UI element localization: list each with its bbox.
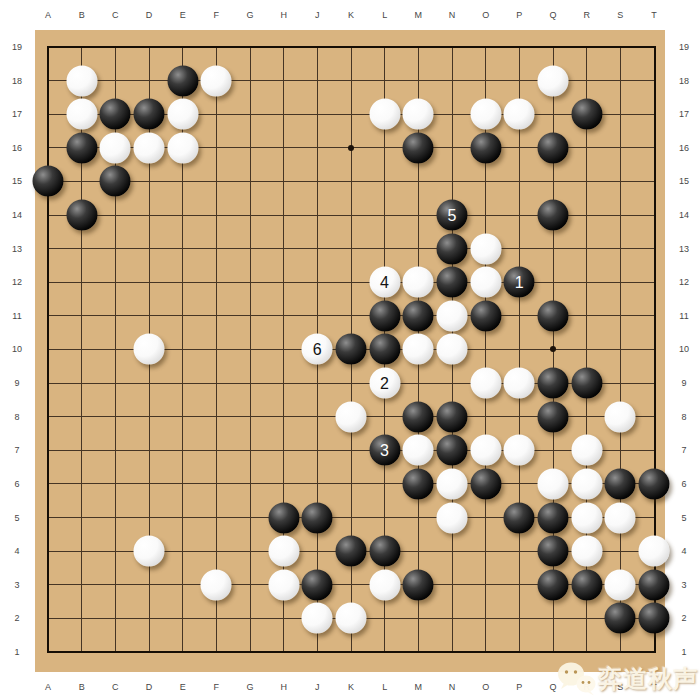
intersection-N10 [435, 333, 469, 367]
intersection-G2 [233, 602, 267, 636]
intersection-B17 [65, 97, 99, 131]
intersection-F19 [199, 30, 233, 64]
intersection-M6 [401, 467, 435, 501]
black-stone-Q16 [537, 132, 568, 163]
white-stone-M12 [403, 267, 434, 298]
coord-bottom-D: D [146, 682, 153, 692]
white-stone-P9 [504, 368, 535, 399]
intersection-L19 [368, 30, 402, 64]
black-stone-N13 [436, 233, 467, 264]
intersection-J11 [300, 299, 334, 333]
intersection-H19 [267, 30, 301, 64]
move-number-label-1: 1 [515, 274, 524, 290]
intersection-K10 [334, 333, 368, 367]
coord-bottom-N: N [449, 682, 456, 692]
intersection-F3 [199, 568, 233, 602]
intersection-J5 [300, 501, 334, 535]
intersection-M18 [401, 64, 435, 98]
white-stone-S3 [605, 569, 636, 600]
intersection-K14 [334, 198, 368, 232]
intersection-E4 [166, 534, 200, 568]
intersection-J12 [300, 265, 334, 299]
coord-right-3: 3 [681, 580, 686, 590]
intersection-B15 [65, 165, 99, 199]
intersection-Q11 [536, 299, 570, 333]
intersection-R5 [570, 501, 604, 535]
intersection-Q12 [536, 265, 570, 299]
intersection-K8 [334, 400, 368, 434]
white-stone-P17 [504, 99, 535, 130]
coord-bottom-P: P [516, 682, 522, 692]
intersection-K3 [334, 568, 368, 602]
intersection-R15 [570, 165, 604, 199]
intersection-P18 [502, 64, 536, 98]
intersection-M11 [401, 299, 435, 333]
intersection-O7 [469, 434, 503, 468]
intersection-D9 [132, 366, 166, 400]
intersection-A19 [31, 30, 65, 64]
white-stone-D10 [133, 334, 164, 365]
coord-left-3: 3 [14, 580, 19, 590]
intersection-S19 [603, 30, 637, 64]
intersection-J6 [300, 467, 334, 501]
intersection-C10 [98, 333, 132, 367]
intersection-C9 [98, 366, 132, 400]
coord-bottom-J: J [315, 682, 320, 692]
intersection-O11 [469, 299, 503, 333]
intersection-D2 [132, 602, 166, 636]
intersection-T19 [637, 30, 671, 64]
intersection-T9 [637, 366, 671, 400]
black-stone-J3 [302, 569, 333, 600]
intersection-P9 [502, 366, 536, 400]
black-stone-N14: 5 [436, 200, 467, 231]
intersection-C11 [98, 299, 132, 333]
black-stone-J5 [302, 502, 333, 533]
intersection-E1 [166, 635, 200, 669]
intersection-E3 [166, 568, 200, 602]
intersection-D11 [132, 299, 166, 333]
intersection-N9 [435, 366, 469, 400]
coord-top-R: R [583, 10, 590, 20]
intersection-A4 [31, 534, 65, 568]
intersection-O6 [469, 467, 503, 501]
coord-bottom-O: O [482, 682, 489, 692]
white-stone-J2 [302, 603, 333, 634]
black-stone-Q14 [537, 200, 568, 231]
black-stone-D17 [133, 99, 164, 130]
white-stone-L17 [369, 99, 400, 130]
intersection-Q9 [536, 366, 570, 400]
intersection-D3 [132, 568, 166, 602]
intersection-A9 [31, 366, 65, 400]
intersection-J3 [300, 568, 334, 602]
intersection-N8 [435, 400, 469, 434]
intersection-K1 [334, 635, 368, 669]
intersection-G5 [233, 501, 267, 535]
intersection-P17 [502, 97, 536, 131]
intersection-E5 [166, 501, 200, 535]
intersection-P14 [502, 198, 536, 232]
intersection-N14: 5 [435, 198, 469, 232]
coord-left-8: 8 [14, 412, 19, 422]
coord-right-6: 6 [681, 479, 686, 489]
coord-left-11: 11 [12, 311, 21, 321]
intersection-T5 [637, 501, 671, 535]
intersection-R3 [570, 568, 604, 602]
intersection-S13 [603, 232, 637, 266]
intersection-D13 [132, 232, 166, 266]
intersection-Q8 [536, 400, 570, 434]
white-stone-E17 [167, 99, 198, 130]
intersection-N12 [435, 265, 469, 299]
coord-right-11: 11 [679, 311, 688, 321]
black-stone-L11 [369, 300, 400, 331]
intersection-G16 [233, 131, 267, 165]
intersection-B7 [65, 434, 99, 468]
black-stone-Q3 [537, 569, 568, 600]
intersection-F13 [199, 232, 233, 266]
intersection-G15 [233, 165, 267, 199]
wechat-icon [555, 660, 597, 697]
black-stone-O6 [470, 468, 501, 499]
black-stone-M8 [403, 401, 434, 432]
intersection-P15 [502, 165, 536, 199]
coord-left-7: 7 [14, 445, 19, 455]
intersection-A12 [31, 265, 65, 299]
intersection-K12 [334, 265, 368, 299]
intersection-F5 [199, 501, 233, 535]
intersection-K16 [334, 131, 368, 165]
black-stone-C15 [100, 166, 131, 197]
intersection-G3 [233, 568, 267, 602]
intersection-B2 [65, 602, 99, 636]
coord-right-13: 13 [679, 244, 689, 254]
intersection-S14 [603, 198, 637, 232]
intersection-G4 [233, 534, 267, 568]
intersection-G19 [233, 30, 267, 64]
intersection-H10 [267, 333, 301, 367]
intersection-O1 [469, 635, 503, 669]
intersection-L16 [368, 131, 402, 165]
intersection-O16 [469, 131, 503, 165]
intersection-H7 [267, 434, 301, 468]
black-stone-A15 [33, 166, 64, 197]
intersection-J2 [300, 602, 334, 636]
intersection-O13 [469, 232, 503, 266]
intersection-J8 [300, 400, 334, 434]
intersection-L14 [368, 198, 402, 232]
intersection-D18 [132, 64, 166, 98]
intersection-D12 [132, 265, 166, 299]
coord-left-10: 10 [12, 344, 22, 354]
intersection-L4 [368, 534, 402, 568]
intersection-T16 [637, 131, 671, 165]
intersection-J18 [300, 64, 334, 98]
intersection-B6 [65, 467, 99, 501]
intersection-N6 [435, 467, 469, 501]
intersection-S4 [603, 534, 637, 568]
coord-top-G: G [246, 10, 253, 20]
intersection-E17 [166, 97, 200, 131]
intersection-C1 [98, 635, 132, 669]
intersection-C13 [98, 232, 132, 266]
intersection-J13 [300, 232, 334, 266]
black-stone-B16 [66, 132, 97, 163]
intersection-A7 [31, 434, 65, 468]
intersection-R12 [570, 265, 604, 299]
white-stone-R4 [571, 536, 602, 567]
black-stone-T3 [638, 569, 669, 600]
intersection-H11 [267, 299, 301, 333]
coord-right-16: 16 [679, 143, 689, 153]
intersection-K18 [334, 64, 368, 98]
intersection-L11 [368, 299, 402, 333]
black-stone-Q4 [537, 536, 568, 567]
intersection-J4 [300, 534, 334, 568]
coord-left-12: 12 [12, 277, 22, 287]
intersection-R18 [570, 64, 604, 98]
intersection-S6 [603, 467, 637, 501]
intersection-E13 [166, 232, 200, 266]
intersection-T18 [637, 64, 671, 98]
intersection-R4 [570, 534, 604, 568]
intersection-S10 [603, 333, 637, 367]
coord-bottom-H: H [280, 682, 287, 692]
white-stone-O17 [470, 99, 501, 130]
intersection-P2 [502, 602, 536, 636]
white-stone-F3 [201, 569, 232, 600]
white-stone-S5 [605, 502, 636, 533]
coord-right-4: 4 [681, 546, 686, 556]
coord-top-A: A [45, 10, 51, 20]
intersection-C14 [98, 198, 132, 232]
intersection-P4 [502, 534, 536, 568]
intersection-N13 [435, 232, 469, 266]
intersection-F8 [199, 400, 233, 434]
intersection-L7: 3 [368, 434, 402, 468]
intersection-E7 [166, 434, 200, 468]
intersection-M3 [401, 568, 435, 602]
intersection-C15 [98, 165, 132, 199]
intersection-L5 [368, 501, 402, 535]
coord-right-5: 5 [681, 513, 686, 523]
black-stone-L10 [369, 334, 400, 365]
intersection-L12: 4 [368, 265, 402, 299]
coord-top-O: O [482, 10, 489, 20]
intersection-J7 [300, 434, 334, 468]
intersection-K5 [334, 501, 368, 535]
intersection-L15 [368, 165, 402, 199]
white-stone-R5 [571, 502, 602, 533]
intersection-M14 [401, 198, 435, 232]
intersection-M4 [401, 534, 435, 568]
intersection-O9 [469, 366, 503, 400]
intersection-T3 [637, 568, 671, 602]
intersection-R16 [570, 131, 604, 165]
white-stone-Q18 [537, 65, 568, 96]
intersection-L1 [368, 635, 402, 669]
intersection-M8 [401, 400, 435, 434]
intersection-H8 [267, 400, 301, 434]
coord-bottom-K: K [348, 682, 354, 692]
coord-bottom-A: A [45, 682, 51, 692]
intersection-M16 [401, 131, 435, 165]
intersection-Q13 [536, 232, 570, 266]
intersection-T13 [637, 232, 671, 266]
intersection-D6 [132, 467, 166, 501]
coord-top-H: H [280, 10, 287, 20]
intersection-S3 [603, 568, 637, 602]
coord-top-J: J [315, 10, 320, 20]
coord-top-K: K [348, 10, 354, 20]
coord-right-14: 14 [679, 210, 689, 220]
white-stone-N5 [436, 502, 467, 533]
intersection-B14 [65, 198, 99, 232]
intersection-G6 [233, 467, 267, 501]
intersection-C17 [98, 97, 132, 131]
intersection-P19 [502, 30, 536, 64]
black-stone-P5 [504, 502, 535, 533]
intersection-P6 [502, 467, 536, 501]
intersection-B19 [65, 30, 99, 64]
intersection-B8 [65, 400, 99, 434]
intersection-F9 [199, 366, 233, 400]
intersection-D14 [132, 198, 166, 232]
intersection-H17 [267, 97, 301, 131]
intersection-A5 [31, 501, 65, 535]
intersection-F2 [199, 602, 233, 636]
intersection-T6 [637, 467, 671, 501]
white-stone-L3 [369, 569, 400, 600]
intersection-T10 [637, 333, 671, 367]
intersection-M7 [401, 434, 435, 468]
intersection-H9 [267, 366, 301, 400]
coord-top-M: M [415, 10, 423, 20]
intersection-Q15 [536, 165, 570, 199]
white-stone-K2 [335, 603, 366, 634]
intersection-R8 [570, 400, 604, 434]
intersection-S18 [603, 64, 637, 98]
intersection-O10 [469, 333, 503, 367]
coord-left-14: 14 [12, 210, 22, 220]
intersection-J9 [300, 366, 334, 400]
intersection-A18 [31, 64, 65, 98]
coord-right-12: 12 [679, 277, 689, 287]
intersection-D16 [132, 131, 166, 165]
intersection-N2 [435, 602, 469, 636]
intersection-N7 [435, 434, 469, 468]
coord-bottom-G: G [246, 682, 253, 692]
intersection-F10 [199, 333, 233, 367]
intersection-C4 [98, 534, 132, 568]
intersection-G18 [233, 64, 267, 98]
intersection-H18 [267, 64, 301, 98]
intersection-E16 [166, 131, 200, 165]
intersection-K6 [334, 467, 368, 501]
black-stone-T6 [638, 468, 669, 499]
intersection-P11 [502, 299, 536, 333]
black-stone-M3 [403, 569, 434, 600]
coord-bottom-E: E [180, 682, 186, 692]
intersection-K13 [334, 232, 368, 266]
coord-bottom-B: B [79, 682, 85, 692]
intersection-T17 [637, 97, 671, 131]
intersection-L18 [368, 64, 402, 98]
white-stone-M17 [403, 99, 434, 130]
white-stone-D4 [133, 536, 164, 567]
intersection-Q16 [536, 131, 570, 165]
intersection-O2 [469, 602, 503, 636]
white-stone-P7 [504, 435, 535, 466]
intersection-B16 [65, 131, 99, 165]
white-stone-N11 [436, 300, 467, 331]
coord-right-17: 17 [679, 109, 689, 119]
star-point-K16 [348, 145, 354, 151]
move-number-label-2: 2 [380, 375, 389, 391]
intersection-R9 [570, 366, 604, 400]
intersection-G9 [233, 366, 267, 400]
intersection-E6 [166, 467, 200, 501]
intersection-J15 [300, 165, 334, 199]
intersection-H1 [267, 635, 301, 669]
intersection-D19 [132, 30, 166, 64]
coord-left-5: 5 [14, 513, 19, 523]
intersection-D10 [132, 333, 166, 367]
coord-right-8: 8 [681, 412, 686, 422]
intersection-B3 [65, 568, 99, 602]
coord-right-2: 2 [681, 613, 686, 623]
intersection-G14 [233, 198, 267, 232]
intersection-H5 [267, 501, 301, 535]
white-stone-H3 [268, 569, 299, 600]
intersection-B9 [65, 366, 99, 400]
intersection-M12 [401, 265, 435, 299]
coord-left-1: 1 [14, 647, 19, 657]
intersection-H15 [267, 165, 301, 199]
intersection-Q6 [536, 467, 570, 501]
intersection-Q5 [536, 501, 570, 535]
intersection-O5 [469, 501, 503, 535]
intersection-A17 [31, 97, 65, 131]
intersection-E15 [166, 165, 200, 199]
intersection-C6 [98, 467, 132, 501]
intersection-K17 [334, 97, 368, 131]
intersection-T4 [637, 534, 671, 568]
go-board: 541623 [35, 30, 665, 672]
coord-top-D: D [146, 10, 153, 20]
black-stone-L7: 3 [369, 435, 400, 466]
intersection-S11 [603, 299, 637, 333]
intersection-F16 [199, 131, 233, 165]
intersection-N18 [435, 64, 469, 98]
intersection-T8 [637, 400, 671, 434]
black-stone-B14 [66, 200, 97, 231]
intersection-M9 [401, 366, 435, 400]
intersection-M2 [401, 602, 435, 636]
white-stone-M7 [403, 435, 434, 466]
intersection-K19 [334, 30, 368, 64]
intersection-K7 [334, 434, 368, 468]
coord-left-13: 13 [12, 244, 22, 254]
black-stone-Q8 [537, 401, 568, 432]
intersection-S8 [603, 400, 637, 434]
coord-left-9: 9 [14, 378, 19, 388]
intersection-M5 [401, 501, 435, 535]
intersection-G13 [233, 232, 267, 266]
intersection-R13 [570, 232, 604, 266]
black-stone-R3 [571, 569, 602, 600]
